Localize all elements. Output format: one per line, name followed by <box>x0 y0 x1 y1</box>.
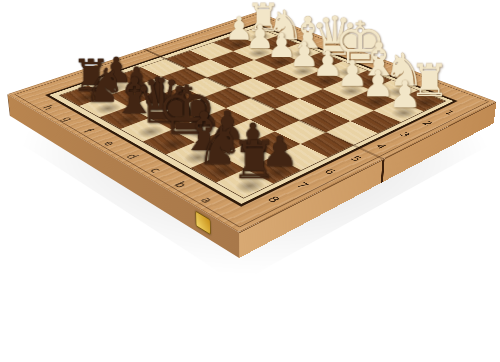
black-rook: ♜ <box>231 134 271 186</box>
brass-clasp <box>195 210 211 235</box>
square-b3 <box>324 99 373 121</box>
board-frame: ♜♟♟♜♞♟♟♞♝♟♟♝♛♟♟♛♚♟♟♚♝♟♟♝♞♟♟♞♜♟♟♜ <box>7 12 496 232</box>
white-pawn: ♟ <box>388 76 423 113</box>
square-d4 <box>251 88 299 109</box>
product-photo-scene: ♜♟♟♜♞♟♟♞♝♟♟♝♛♟♟♛♚♟♟♚♝♟♟♝♞♟♟♞♜♟♟♜ hgfedcb… <box>0 0 500 362</box>
fold-seam-side <box>380 160 384 184</box>
chess-board-3d: ♜♟♟♜♞♟♟♞♝♟♟♝♛♟♟♛♚♟♟♚♝♟♟♝♞♟♟♞♜♟♟♜ hgfedcb… <box>7 12 496 232</box>
